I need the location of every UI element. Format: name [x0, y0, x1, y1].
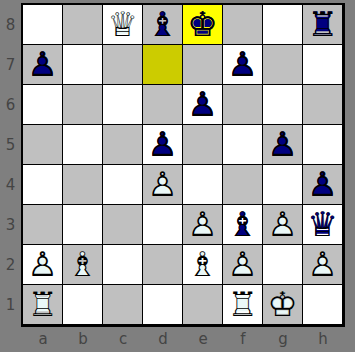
piece-white-pawn[interactable]: ♟♙	[143, 165, 182, 204]
piece-white-pawn[interactable]: ♟♙	[23, 245, 62, 284]
square-f5[interactable]	[223, 125, 263, 165]
rank-label: 5	[0, 125, 21, 165]
square-d7[interactable]	[143, 45, 183, 85]
file-label: e	[183, 327, 223, 350]
square-d6[interactable]	[143, 85, 183, 125]
square-b7[interactable]	[63, 45, 103, 85]
square-a2[interactable]: ♟♙	[23, 245, 63, 285]
black-rook-icon: ♜	[303, 4, 342, 43]
white-pawn-outline-icon: ♙	[303, 244, 342, 283]
piece-black-bishop[interactable]: ♝♗	[223, 205, 262, 244]
black-pawn-icon: ♟	[263, 124, 302, 163]
white-bishop-outline-icon: ♗	[63, 244, 102, 283]
black-pawn-outline-icon: ♙	[303, 164, 342, 203]
piece-black-queen[interactable]: ♛♕	[303, 205, 342, 244]
rank-label: 2	[0, 245, 21, 285]
square-f1[interactable]: ♜♖	[223, 285, 263, 325]
rank-label: 4	[0, 165, 21, 205]
square-e7[interactable]	[183, 45, 223, 85]
square-h8[interactable]: ♜♖	[303, 5, 343, 45]
piece-black-bishop[interactable]: ♝♗	[143, 5, 182, 44]
piece-white-pawn[interactable]: ♟♙	[183, 205, 222, 244]
square-c8[interactable]: ♛♕	[103, 5, 143, 45]
black-pawn-icon: ♟	[183, 84, 222, 123]
square-e5[interactable]	[183, 125, 223, 165]
square-h4[interactable]: ♟♙	[303, 165, 343, 205]
square-a1[interactable]: ♜♖	[23, 285, 63, 325]
white-pawn-icon: ♟	[183, 204, 222, 243]
black-pawn-icon: ♟	[303, 164, 342, 203]
white-queen-outline-icon: ♕	[103, 4, 142, 43]
square-f2[interactable]: ♟♙	[223, 245, 263, 285]
white-pawn-outline-icon: ♙	[263, 204, 302, 243]
piece-white-bishop[interactable]: ♝♗	[183, 245, 222, 284]
square-h1[interactable]	[303, 285, 343, 325]
square-a8[interactable]	[23, 5, 63, 45]
white-pawn-outline-icon: ♙	[223, 244, 262, 283]
piece-white-rook[interactable]: ♜♖	[23, 285, 62, 324]
black-pawn-outline-icon: ♙	[223, 44, 262, 83]
piece-black-pawn[interactable]: ♟♙	[23, 45, 62, 84]
square-f7[interactable]: ♟♙	[223, 45, 263, 85]
square-e4[interactable]	[183, 165, 223, 205]
file-label: c	[103, 327, 143, 350]
black-rook-outline-icon: ♖	[303, 4, 342, 43]
piece-black-pawn[interactable]: ♟♙	[303, 165, 342, 204]
white-king-outline-icon: ♔	[263, 284, 302, 323]
white-bishop-outline-icon: ♗	[183, 244, 222, 283]
rank-label: 6	[0, 85, 21, 125]
file-label: a	[23, 327, 63, 350]
square-h5[interactable]	[303, 125, 343, 165]
black-bishop-outline-icon: ♗	[223, 204, 262, 243]
white-queen-icon: ♛	[103, 4, 142, 43]
square-h3[interactable]: ♛♕	[303, 205, 343, 245]
black-pawn-icon: ♟	[23, 44, 62, 83]
square-c7[interactable]	[103, 45, 143, 85]
square-f8[interactable]	[223, 5, 263, 45]
square-e2[interactable]: ♝♗	[183, 245, 223, 285]
piece-white-queen[interactable]: ♛♕	[103, 5, 142, 44]
square-h6[interactable]	[303, 85, 343, 125]
square-g1[interactable]: ♚♔	[263, 285, 303, 325]
square-b5[interactable]	[63, 125, 103, 165]
white-bishop-icon: ♝	[183, 244, 222, 283]
white-rook-outline-icon: ♖	[23, 284, 62, 323]
white-pawn-outline-icon: ♙	[183, 204, 222, 243]
white-pawn-outline-icon: ♙	[23, 244, 62, 283]
square-g8[interactable]	[263, 5, 303, 45]
white-rook-icon: ♜	[223, 284, 262, 323]
square-b4[interactable]	[63, 165, 103, 205]
square-a5[interactable]	[23, 125, 63, 165]
square-d5[interactable]: ♟♙	[143, 125, 183, 165]
file-label: f	[223, 327, 263, 350]
square-f3[interactable]: ♝♗	[223, 205, 263, 245]
white-king-icon: ♚	[263, 284, 302, 323]
piece-black-pawn[interactable]: ♟♙	[183, 85, 222, 124]
black-king-outline-icon: ♔	[183, 4, 222, 43]
square-g7[interactable]	[263, 45, 303, 85]
square-g5[interactable]: ♟♙	[263, 125, 303, 165]
square-b2[interactable]: ♝♗	[63, 245, 103, 285]
black-pawn-icon: ♟	[143, 124, 182, 163]
black-pawn-outline-icon: ♙	[263, 124, 302, 163]
white-pawn-outline-icon: ♙	[143, 164, 182, 203]
rank-label: 7	[0, 45, 21, 85]
rank-label: 3	[0, 205, 21, 245]
piece-black-king[interactable]: ♚♔	[183, 5, 222, 44]
piece-black-pawn[interactable]: ♟♙	[143, 125, 182, 164]
square-d3[interactable]	[143, 205, 183, 245]
piece-black-pawn[interactable]: ♟♙	[223, 45, 262, 84]
black-pawn-icon: ♟	[223, 44, 262, 83]
square-d1[interactable]	[143, 285, 183, 325]
square-c3[interactable]	[103, 205, 143, 245]
black-bishop-icon: ♝	[223, 204, 262, 243]
piece-white-pawn[interactable]: ♟♙	[263, 205, 302, 244]
black-queen-outline-icon: ♕	[303, 204, 342, 243]
black-king-icon: ♚	[183, 4, 222, 43]
square-a4[interactable]	[23, 165, 63, 205]
white-rook-icon: ♜	[23, 284, 62, 323]
white-pawn-icon: ♟	[303, 244, 342, 283]
black-pawn-outline-icon: ♙	[143, 124, 182, 163]
square-a6[interactable]	[23, 85, 63, 125]
square-h2[interactable]: ♟♙	[303, 245, 343, 285]
black-pawn-outline-icon: ♙	[183, 84, 222, 123]
piece-white-king[interactable]: ♚♔	[263, 285, 302, 324]
square-g3[interactable]: ♟♙	[263, 205, 303, 245]
square-e6[interactable]: ♟♙	[183, 85, 223, 125]
white-pawn-icon: ♟	[223, 244, 262, 283]
black-bishop-outline-icon: ♗	[143, 4, 182, 43]
square-b1[interactable]	[63, 285, 103, 325]
square-e1[interactable]	[183, 285, 223, 325]
square-d4[interactable]: ♟♙	[143, 165, 183, 205]
chess-board[interactable]: ♛♕♝♗♚♔♜♖♟♙♟♙♟♙♟♙♟♙♟♙♟♙♟♙♝♗♟♙♛♕♟♙♝♗♝♗♟♙♟♙…	[21, 3, 345, 327]
rank-label: 8	[0, 5, 21, 45]
piece-black-rook[interactable]: ♜♖	[303, 5, 342, 44]
chess-app-window: 87654321 ♛♕♝♗♚♔♜♖♟♙♟♙♟♙♟♙♟♙♟♙♟♙♟♙♝♗♟♙♛♕♟…	[0, 0, 355, 352]
file-label: d	[143, 327, 183, 350]
file-label: g	[263, 327, 303, 350]
white-rook-outline-icon: ♖	[223, 284, 262, 323]
white-pawn-icon: ♟	[23, 244, 62, 283]
black-bishop-icon: ♝	[143, 4, 182, 43]
black-pawn-outline-icon: ♙	[23, 44, 62, 83]
square-c2[interactable]	[103, 245, 143, 285]
white-pawn-icon: ♟	[143, 164, 182, 203]
square-b6[interactable]	[63, 85, 103, 125]
square-g6[interactable]	[263, 85, 303, 125]
square-c4[interactable]	[103, 165, 143, 205]
square-d2[interactable]	[143, 245, 183, 285]
square-e3[interactable]: ♟♙	[183, 205, 223, 245]
square-a7[interactable]: ♟♙	[23, 45, 63, 85]
square-c1[interactable]	[103, 285, 143, 325]
piece-white-pawn[interactable]: ♟♙	[303, 245, 342, 284]
rank-label: 1	[0, 285, 21, 325]
square-b8[interactable]	[63, 5, 103, 45]
square-f6[interactable]	[223, 85, 263, 125]
square-g4[interactable]	[263, 165, 303, 205]
square-g2[interactable]	[263, 245, 303, 285]
file-label: b	[63, 327, 103, 350]
square-c6[interactable]	[103, 85, 143, 125]
square-b3[interactable]	[63, 205, 103, 245]
square-f4[interactable]	[223, 165, 263, 205]
file-label: h	[303, 327, 343, 350]
piece-white-rook[interactable]: ♜♖	[223, 285, 262, 324]
rank-labels: 87654321	[0, 5, 21, 325]
white-bishop-icon: ♝	[63, 244, 102, 283]
square-e8[interactable]: ♚♔	[183, 5, 223, 45]
piece-black-pawn[interactable]: ♟♙	[263, 125, 302, 164]
piece-white-bishop[interactable]: ♝♗	[63, 245, 102, 284]
square-c5[interactable]	[103, 125, 143, 165]
square-d8[interactable]: ♝♗	[143, 5, 183, 45]
black-queen-icon: ♛	[303, 204, 342, 243]
square-a3[interactable]	[23, 205, 63, 245]
white-pawn-icon: ♟	[263, 204, 302, 243]
square-h7[interactable]	[303, 45, 343, 85]
piece-white-pawn[interactable]: ♟♙	[223, 245, 262, 284]
file-labels: abcdefgh	[23, 327, 343, 350]
